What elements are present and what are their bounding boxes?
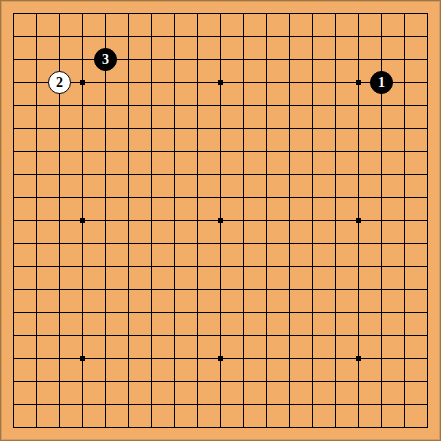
board-cell[interactable] bbox=[71, 278, 94, 301]
board-cell[interactable] bbox=[25, 94, 48, 117]
board-cell[interactable] bbox=[163, 48, 186, 71]
board-cell[interactable] bbox=[232, 186, 255, 209]
board-cell[interactable] bbox=[416, 209, 439, 232]
board-cell[interactable] bbox=[117, 232, 140, 255]
board-cell[interactable] bbox=[370, 370, 393, 393]
board-cell[interactable] bbox=[94, 71, 117, 94]
board-cell[interactable] bbox=[25, 186, 48, 209]
board-cell[interactable] bbox=[278, 2, 301, 25]
board-cell[interactable] bbox=[71, 163, 94, 186]
board-cell[interactable] bbox=[209, 278, 232, 301]
board-cell[interactable] bbox=[94, 324, 117, 347]
board-cell[interactable] bbox=[94, 94, 117, 117]
board-cell[interactable] bbox=[278, 278, 301, 301]
board-cell[interactable] bbox=[117, 393, 140, 416]
board-cell[interactable] bbox=[186, 117, 209, 140]
board-cell[interactable] bbox=[163, 278, 186, 301]
board-cell[interactable] bbox=[347, 347, 370, 370]
board-cell[interactable] bbox=[370, 186, 393, 209]
board-cell[interactable] bbox=[278, 393, 301, 416]
board-cell[interactable] bbox=[370, 416, 393, 439]
board-cell[interactable] bbox=[163, 140, 186, 163]
board-cell[interactable] bbox=[71, 140, 94, 163]
board-cell[interactable] bbox=[117, 347, 140, 370]
board-cell[interactable] bbox=[232, 140, 255, 163]
board-cell[interactable] bbox=[94, 301, 117, 324]
board-cell[interactable] bbox=[186, 186, 209, 209]
board-cell[interactable] bbox=[278, 71, 301, 94]
board-cell[interactable] bbox=[324, 71, 347, 94]
board-cell[interactable] bbox=[347, 416, 370, 439]
board-cell[interactable] bbox=[163, 94, 186, 117]
board-cell[interactable] bbox=[255, 25, 278, 48]
board-cell[interactable] bbox=[94, 25, 117, 48]
board-cell[interactable] bbox=[416, 48, 439, 71]
board-cell[interactable] bbox=[278, 140, 301, 163]
board-cell[interactable] bbox=[232, 232, 255, 255]
board-cell[interactable] bbox=[117, 370, 140, 393]
board-cell[interactable] bbox=[140, 209, 163, 232]
board-cell[interactable] bbox=[186, 324, 209, 347]
board-cell[interactable] bbox=[163, 324, 186, 347]
board-cell[interactable] bbox=[71, 186, 94, 209]
board-cell[interactable] bbox=[301, 140, 324, 163]
board-cell[interactable] bbox=[94, 278, 117, 301]
board-cell[interactable] bbox=[232, 255, 255, 278]
board-cell[interactable]: 3 bbox=[94, 48, 117, 71]
board-cell[interactable] bbox=[347, 301, 370, 324]
board-cell[interactable] bbox=[209, 393, 232, 416]
board-cell[interactable] bbox=[117, 94, 140, 117]
board-cell[interactable] bbox=[370, 232, 393, 255]
board-cell[interactable] bbox=[140, 186, 163, 209]
board-cell[interactable] bbox=[324, 163, 347, 186]
board-cell[interactable] bbox=[163, 25, 186, 48]
board-cell[interactable] bbox=[301, 2, 324, 25]
board-cell[interactable] bbox=[301, 232, 324, 255]
board-cell[interactable] bbox=[48, 255, 71, 278]
board-cell[interactable] bbox=[71, 2, 94, 25]
board-cell[interactable] bbox=[255, 370, 278, 393]
board-cell[interactable] bbox=[140, 117, 163, 140]
board-cell[interactable] bbox=[301, 117, 324, 140]
board-cell[interactable] bbox=[25, 301, 48, 324]
board-cell[interactable] bbox=[232, 25, 255, 48]
board-cell[interactable] bbox=[347, 25, 370, 48]
board-cell[interactable] bbox=[25, 232, 48, 255]
board-cell[interactable] bbox=[163, 370, 186, 393]
board-cell[interactable] bbox=[393, 301, 416, 324]
board-cell[interactable] bbox=[324, 370, 347, 393]
board-cell[interactable] bbox=[163, 2, 186, 25]
board-cell[interactable] bbox=[232, 324, 255, 347]
board-cell[interactable] bbox=[209, 186, 232, 209]
board-cell[interactable] bbox=[347, 209, 370, 232]
board-cell[interactable] bbox=[2, 48, 25, 71]
board-cell[interactable] bbox=[94, 393, 117, 416]
board-cell[interactable] bbox=[301, 186, 324, 209]
board-cell[interactable] bbox=[186, 71, 209, 94]
board-cell[interactable] bbox=[186, 255, 209, 278]
board-cell[interactable] bbox=[25, 48, 48, 71]
board-cell[interactable] bbox=[301, 347, 324, 370]
board-cell[interactable] bbox=[186, 393, 209, 416]
board-cell[interactable] bbox=[393, 370, 416, 393]
board-cell[interactable] bbox=[71, 71, 94, 94]
board-cell[interactable] bbox=[324, 186, 347, 209]
board-cell[interactable] bbox=[2, 347, 25, 370]
board-cell[interactable]: 1 bbox=[370, 71, 393, 94]
board-cell[interactable] bbox=[140, 393, 163, 416]
board-cell[interactable] bbox=[209, 48, 232, 71]
board-cell[interactable] bbox=[232, 71, 255, 94]
board-cell[interactable] bbox=[347, 393, 370, 416]
board-cell[interactable] bbox=[209, 416, 232, 439]
board-cell[interactable] bbox=[393, 278, 416, 301]
board-cell[interactable] bbox=[278, 370, 301, 393]
board-cell[interactable] bbox=[393, 140, 416, 163]
board-cell[interactable] bbox=[232, 347, 255, 370]
board-cell[interactable] bbox=[71, 48, 94, 71]
board-cell[interactable] bbox=[347, 163, 370, 186]
board-cell[interactable] bbox=[186, 140, 209, 163]
board-cell[interactable] bbox=[324, 25, 347, 48]
board-cell[interactable] bbox=[301, 163, 324, 186]
board-cell[interactable] bbox=[301, 393, 324, 416]
board-cell[interactable] bbox=[416, 71, 439, 94]
board-cell[interactable] bbox=[416, 324, 439, 347]
board-cell[interactable] bbox=[347, 140, 370, 163]
board-cell[interactable] bbox=[278, 232, 301, 255]
board-cell[interactable] bbox=[393, 255, 416, 278]
board-cell[interactable] bbox=[416, 140, 439, 163]
board-cell[interactable] bbox=[71, 393, 94, 416]
board-cell[interactable] bbox=[163, 163, 186, 186]
board-cell[interactable] bbox=[416, 25, 439, 48]
board-cell[interactable] bbox=[416, 232, 439, 255]
board-cell[interactable] bbox=[255, 117, 278, 140]
board-cell[interactable] bbox=[278, 416, 301, 439]
board-cell[interactable] bbox=[48, 48, 71, 71]
board-cell[interactable] bbox=[163, 186, 186, 209]
board-cell[interactable] bbox=[347, 2, 370, 25]
board-cell[interactable] bbox=[416, 2, 439, 25]
board-cell[interactable] bbox=[209, 25, 232, 48]
board-cell[interactable] bbox=[255, 2, 278, 25]
board-cell[interactable] bbox=[117, 48, 140, 71]
board-cell[interactable] bbox=[117, 25, 140, 48]
board-cell[interactable] bbox=[416, 393, 439, 416]
board-cell[interactable] bbox=[163, 117, 186, 140]
board-cell[interactable] bbox=[2, 163, 25, 186]
board-cell[interactable] bbox=[117, 278, 140, 301]
board-cell[interactable] bbox=[25, 209, 48, 232]
board-cell[interactable] bbox=[2, 186, 25, 209]
board-cell[interactable] bbox=[186, 25, 209, 48]
board-cell[interactable] bbox=[48, 393, 71, 416]
board-cell[interactable] bbox=[255, 48, 278, 71]
board-cell[interactable] bbox=[370, 209, 393, 232]
board-cell[interactable] bbox=[71, 255, 94, 278]
board-cell[interactable] bbox=[416, 278, 439, 301]
board-cell[interactable] bbox=[48, 140, 71, 163]
board-cell[interactable] bbox=[94, 232, 117, 255]
board-cell[interactable] bbox=[255, 347, 278, 370]
board-cell[interactable] bbox=[278, 301, 301, 324]
board-cell[interactable] bbox=[301, 48, 324, 71]
board-cell[interactable] bbox=[2, 140, 25, 163]
board-cell[interactable] bbox=[255, 393, 278, 416]
board-cell[interactable] bbox=[232, 48, 255, 71]
board-cell[interactable] bbox=[186, 370, 209, 393]
board-cell[interactable] bbox=[324, 324, 347, 347]
board-cell[interactable] bbox=[347, 71, 370, 94]
board-cell[interactable] bbox=[324, 48, 347, 71]
board-cell[interactable] bbox=[48, 370, 71, 393]
board-cell[interactable] bbox=[393, 2, 416, 25]
board-cell[interactable] bbox=[370, 2, 393, 25]
board-cell[interactable] bbox=[25, 347, 48, 370]
board-cell[interactable] bbox=[94, 117, 117, 140]
board-cell[interactable] bbox=[278, 186, 301, 209]
board-cell[interactable] bbox=[393, 71, 416, 94]
board-cell[interactable] bbox=[25, 370, 48, 393]
board-cell[interactable] bbox=[370, 324, 393, 347]
board-cell[interactable] bbox=[2, 209, 25, 232]
board-cell[interactable] bbox=[2, 324, 25, 347]
board-cell[interactable] bbox=[163, 209, 186, 232]
board-cell[interactable] bbox=[370, 25, 393, 48]
board-cell[interactable] bbox=[71, 25, 94, 48]
board-cell[interactable] bbox=[209, 209, 232, 232]
board-cell[interactable] bbox=[140, 416, 163, 439]
board-cell[interactable] bbox=[71, 324, 94, 347]
board-cell[interactable] bbox=[117, 324, 140, 347]
board-cell[interactable] bbox=[186, 163, 209, 186]
board-cell[interactable] bbox=[209, 301, 232, 324]
board-cell[interactable] bbox=[301, 370, 324, 393]
board-cell[interactable] bbox=[416, 117, 439, 140]
board-cell[interactable] bbox=[324, 347, 347, 370]
board-cell[interactable] bbox=[186, 2, 209, 25]
board-cell[interactable] bbox=[117, 71, 140, 94]
board-cell[interactable] bbox=[94, 186, 117, 209]
board-cell[interactable] bbox=[117, 2, 140, 25]
board-cell[interactable] bbox=[25, 393, 48, 416]
board-cell[interactable] bbox=[25, 163, 48, 186]
board-cell[interactable] bbox=[140, 25, 163, 48]
board-cell[interactable] bbox=[209, 117, 232, 140]
board-cell[interactable] bbox=[324, 2, 347, 25]
board-cell[interactable] bbox=[232, 370, 255, 393]
board-cell[interactable] bbox=[232, 117, 255, 140]
board-cell[interactable] bbox=[94, 255, 117, 278]
board-cell[interactable] bbox=[393, 209, 416, 232]
board-cell[interactable] bbox=[209, 94, 232, 117]
board-cell[interactable] bbox=[140, 278, 163, 301]
board-cell[interactable] bbox=[393, 186, 416, 209]
board-cell[interactable] bbox=[209, 255, 232, 278]
board-cell[interactable] bbox=[278, 94, 301, 117]
board-cell[interactable] bbox=[117, 117, 140, 140]
board-cell[interactable] bbox=[117, 186, 140, 209]
board-cell[interactable] bbox=[232, 301, 255, 324]
board-cell[interactable] bbox=[393, 324, 416, 347]
board-cell[interactable] bbox=[301, 301, 324, 324]
board-cell[interactable] bbox=[94, 416, 117, 439]
board-cell[interactable] bbox=[25, 140, 48, 163]
board-cell[interactable] bbox=[255, 140, 278, 163]
board-cell[interactable] bbox=[255, 186, 278, 209]
board-cell[interactable] bbox=[163, 301, 186, 324]
board-cell[interactable] bbox=[25, 255, 48, 278]
board-cell[interactable] bbox=[324, 117, 347, 140]
board-cell[interactable] bbox=[301, 71, 324, 94]
board-cell[interactable] bbox=[232, 2, 255, 25]
board-cell[interactable] bbox=[25, 416, 48, 439]
board-cell[interactable] bbox=[25, 117, 48, 140]
board-cell[interactable] bbox=[94, 347, 117, 370]
board-cell[interactable] bbox=[301, 25, 324, 48]
board-cell[interactable] bbox=[370, 48, 393, 71]
board-cell[interactable] bbox=[278, 163, 301, 186]
board-cell[interactable] bbox=[209, 140, 232, 163]
board-cell[interactable] bbox=[324, 255, 347, 278]
board-cell[interactable] bbox=[255, 324, 278, 347]
board-cell[interactable] bbox=[186, 94, 209, 117]
board-cell[interactable] bbox=[163, 232, 186, 255]
board-cell[interactable] bbox=[324, 278, 347, 301]
board-cell[interactable] bbox=[140, 370, 163, 393]
board-cell[interactable] bbox=[278, 209, 301, 232]
board-cell[interactable] bbox=[140, 71, 163, 94]
board-cell[interactable] bbox=[2, 255, 25, 278]
board-cell[interactable] bbox=[324, 209, 347, 232]
board-cell[interactable] bbox=[416, 416, 439, 439]
board-cell[interactable] bbox=[2, 301, 25, 324]
board-cell[interactable] bbox=[301, 324, 324, 347]
board-cell[interactable] bbox=[2, 370, 25, 393]
board-cell[interactable] bbox=[2, 416, 25, 439]
board-cell[interactable] bbox=[186, 278, 209, 301]
board-cell[interactable] bbox=[278, 347, 301, 370]
board-cell[interactable] bbox=[71, 94, 94, 117]
board-cell[interactable] bbox=[278, 255, 301, 278]
board-cell[interactable] bbox=[71, 117, 94, 140]
board-cell[interactable] bbox=[71, 370, 94, 393]
board-cell[interactable] bbox=[255, 209, 278, 232]
board-cell[interactable] bbox=[48, 324, 71, 347]
board-cell[interactable] bbox=[94, 2, 117, 25]
board-cell[interactable] bbox=[370, 278, 393, 301]
board-cell[interactable] bbox=[71, 347, 94, 370]
board-cell[interactable] bbox=[94, 370, 117, 393]
board-cell[interactable] bbox=[232, 278, 255, 301]
board-cell[interactable] bbox=[25, 2, 48, 25]
board-cell[interactable] bbox=[186, 232, 209, 255]
board-cell[interactable] bbox=[232, 416, 255, 439]
board-cell[interactable] bbox=[25, 71, 48, 94]
board-cell[interactable] bbox=[209, 324, 232, 347]
board-cell[interactable] bbox=[255, 416, 278, 439]
board-cell[interactable] bbox=[94, 140, 117, 163]
board-cell[interactable] bbox=[140, 140, 163, 163]
board-cell[interactable] bbox=[278, 324, 301, 347]
board-cell[interactable] bbox=[255, 71, 278, 94]
board-cell[interactable] bbox=[255, 94, 278, 117]
board-cell[interactable] bbox=[140, 324, 163, 347]
board-cell[interactable] bbox=[48, 416, 71, 439]
board-cell[interactable] bbox=[48, 278, 71, 301]
board-cell[interactable] bbox=[393, 117, 416, 140]
board-cell[interactable] bbox=[255, 163, 278, 186]
board-cell[interactable] bbox=[209, 2, 232, 25]
board-cell[interactable] bbox=[209, 370, 232, 393]
board-cell[interactable] bbox=[232, 393, 255, 416]
board-cell[interactable] bbox=[324, 416, 347, 439]
board-cell[interactable] bbox=[324, 393, 347, 416]
board-cell[interactable] bbox=[2, 393, 25, 416]
board-cell[interactable] bbox=[347, 370, 370, 393]
board-cell[interactable] bbox=[347, 48, 370, 71]
board-cell[interactable] bbox=[393, 416, 416, 439]
board-cell[interactable] bbox=[370, 301, 393, 324]
board-cell[interactable] bbox=[370, 94, 393, 117]
board-cell[interactable] bbox=[370, 140, 393, 163]
board-cell[interactable] bbox=[209, 71, 232, 94]
board-cell[interactable] bbox=[278, 25, 301, 48]
board-cell[interactable] bbox=[301, 416, 324, 439]
board-cell[interactable] bbox=[186, 347, 209, 370]
board-cell[interactable] bbox=[2, 232, 25, 255]
board-cell[interactable] bbox=[117, 255, 140, 278]
board-cell[interactable] bbox=[232, 209, 255, 232]
board-cell[interactable] bbox=[71, 416, 94, 439]
board-cell[interactable] bbox=[140, 48, 163, 71]
board-cell[interactable] bbox=[416, 186, 439, 209]
board-cell[interactable] bbox=[2, 71, 25, 94]
board-cell[interactable] bbox=[48, 232, 71, 255]
board-cell[interactable] bbox=[324, 140, 347, 163]
board-cell[interactable] bbox=[94, 209, 117, 232]
board-cell[interactable] bbox=[393, 232, 416, 255]
board-cell[interactable] bbox=[48, 347, 71, 370]
board-cell[interactable] bbox=[140, 94, 163, 117]
board-cell[interactable] bbox=[163, 416, 186, 439]
board-cell[interactable] bbox=[255, 232, 278, 255]
board-cell[interactable] bbox=[117, 163, 140, 186]
board-cell[interactable] bbox=[347, 324, 370, 347]
board-cell[interactable] bbox=[393, 393, 416, 416]
board-cell[interactable] bbox=[393, 25, 416, 48]
board-cell[interactable] bbox=[163, 347, 186, 370]
board-cell[interactable] bbox=[416, 94, 439, 117]
board-cell[interactable] bbox=[416, 347, 439, 370]
board-cell[interactable] bbox=[2, 94, 25, 117]
board-cell[interactable] bbox=[48, 117, 71, 140]
board-cell[interactable] bbox=[71, 209, 94, 232]
board-cell[interactable] bbox=[278, 117, 301, 140]
board-cell[interactable] bbox=[48, 186, 71, 209]
board-cell[interactable] bbox=[48, 163, 71, 186]
board-cell[interactable] bbox=[48, 94, 71, 117]
board-cell[interactable] bbox=[209, 347, 232, 370]
board-cell[interactable] bbox=[255, 255, 278, 278]
board-cell[interactable] bbox=[393, 94, 416, 117]
board-cell[interactable] bbox=[255, 301, 278, 324]
board-cell[interactable] bbox=[25, 324, 48, 347]
board-cell[interactable] bbox=[48, 209, 71, 232]
